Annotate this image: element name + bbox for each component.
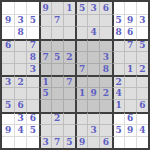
cell-r4c11-given: 7 [124, 39, 136, 51]
cell-r3c4-empty[interactable] [39, 26, 51, 38]
cell-r10c6-empty[interactable] [63, 112, 75, 124]
cell-r4c8-empty[interactable] [87, 39, 99, 51]
cell-r8c8-given: 9 [87, 87, 99, 99]
cell-r11c4-empty[interactable] [39, 124, 51, 136]
cell-r11c12-given: 4 [136, 124, 148, 136]
cell-r8c10-given: 4 [112, 87, 124, 99]
cell-r8c3-empty[interactable] [26, 87, 38, 99]
cell-r2c5-given: 7 [51, 14, 63, 26]
cell-r4c10-empty[interactable] [112, 39, 124, 51]
cell-r7c8-empty[interactable] [87, 75, 99, 87]
cell-r12c8-empty[interactable] [87, 136, 99, 148]
cell-r1c3-empty[interactable] [26, 2, 38, 14]
cell-r10c2-given: 3 [14, 112, 26, 124]
cell-r5c5-given: 5 [51, 51, 63, 63]
cell-r7c2-given: 2 [14, 75, 26, 87]
cell-r7c7-empty[interactable] [75, 75, 87, 87]
cell-r5c7-empty[interactable] [75, 51, 87, 63]
cell-r3c9-empty[interactable] [99, 26, 111, 38]
cell-r11c9-empty[interactable] [99, 124, 111, 136]
cell-r12c10-empty[interactable] [112, 136, 124, 148]
cell-r5c6-given: 2 [63, 51, 75, 63]
cell-r11c1-given: 9 [2, 124, 14, 136]
cell-r12c2-empty[interactable] [14, 136, 26, 148]
cell-r3c12-empty[interactable] [136, 26, 148, 38]
cell-r7c9-empty[interactable] [99, 75, 111, 87]
cell-r5c12-empty[interactable] [136, 51, 148, 63]
cell-r4c12-given: 5 [136, 39, 148, 51]
cell-r2c11-given: 9 [124, 14, 136, 26]
cell-r1c2-empty[interactable] [14, 2, 26, 14]
cell-r5c3-given: 8 [26, 51, 38, 63]
cell-r12c1-empty[interactable] [2, 136, 14, 148]
cell-r1c12-empty[interactable] [136, 2, 148, 14]
cell-r7c6-given: 7 [63, 75, 75, 87]
cell-r4c4-empty[interactable] [39, 39, 51, 51]
cell-r4c6-empty[interactable] [63, 39, 75, 51]
cell-r12c11-empty[interactable] [124, 136, 136, 148]
cell-r10c10-empty[interactable] [112, 112, 124, 124]
cell-r2c6-empty[interactable] [63, 14, 75, 26]
cell-r9c2-given: 6 [14, 99, 26, 111]
cell-r11c2-given: 4 [14, 124, 26, 136]
cell-r4c1-given: 6 [2, 39, 14, 51]
cell-r6c1-empty[interactable] [2, 63, 14, 75]
cell-r9c12-given: 6 [136, 99, 148, 111]
cell-r3c8-given: 4 [87, 26, 99, 38]
cell-r2c9-empty[interactable] [99, 14, 111, 26]
cell-r10c11-given: 6 [124, 112, 136, 124]
cell-r5c1-empty[interactable] [2, 51, 14, 63]
sudoku-board: 9153693575938486677587523378123217251924… [0, 0, 150, 150]
cell-r9c6-empty[interactable] [63, 99, 75, 111]
cell-r7c12-empty[interactable] [136, 75, 148, 87]
cell-r2c1-given: 9 [2, 14, 14, 26]
cell-r9c1-given: 5 [2, 99, 14, 111]
cell-r9c4-empty[interactable] [39, 99, 51, 111]
cell-r12c7-given: 9 [75, 136, 87, 148]
cell-r8c1-empty[interactable] [2, 87, 14, 99]
cell-r12c12-empty[interactable] [136, 136, 148, 148]
cell-r12c3-empty[interactable] [26, 136, 38, 148]
cell-r11c10-given: 5 [112, 124, 124, 136]
cell-r2c12-given: 3 [136, 14, 148, 26]
cell-r1c10-empty[interactable] [112, 2, 124, 14]
cell-r4c2-empty[interactable] [14, 39, 26, 51]
cell-r10c1-empty[interactable] [2, 112, 14, 124]
cell-r2c8-empty[interactable] [87, 14, 99, 26]
cell-r6c9-given: 8 [99, 63, 111, 75]
cell-r4c5-empty[interactable] [51, 39, 63, 51]
cell-r6c3-given: 3 [26, 63, 38, 75]
cell-r11c8-given: 3 [87, 124, 99, 136]
cell-r10c3-given: 6 [26, 112, 38, 124]
cell-r9c5-empty[interactable] [51, 99, 63, 111]
cell-r10c8-empty[interactable] [87, 112, 99, 124]
cell-r6c7-given: 7 [75, 63, 87, 75]
cell-r2c10-given: 5 [112, 14, 124, 26]
cell-r1c1-empty[interactable] [2, 2, 14, 14]
cell-r3c6-empty[interactable] [63, 26, 75, 38]
cell-r5c11-empty[interactable] [124, 51, 136, 63]
cell-r10c7-empty[interactable] [75, 112, 87, 124]
cell-r6c5-empty[interactable] [51, 63, 63, 75]
cell-r8c12-empty[interactable] [136, 87, 148, 99]
cell-r9c7-empty[interactable] [75, 99, 87, 111]
cell-r10c5-given: 2 [51, 112, 63, 124]
cell-r5c9-given: 3 [99, 51, 111, 63]
cell-r8c7-given: 1 [75, 87, 87, 99]
cell-r1c9-given: 6 [99, 2, 111, 14]
cell-r11c5-empty[interactable] [51, 124, 63, 136]
cell-r1c4-given: 9 [39, 2, 51, 14]
cell-r7c5-empty[interactable] [51, 75, 63, 87]
cell-r7c4-given: 1 [39, 75, 51, 87]
cell-r4c3-given: 7 [26, 39, 38, 51]
cell-r3c1-empty[interactable] [2, 26, 14, 38]
cell-r11c7-empty[interactable] [75, 124, 87, 136]
cell-r2c4-empty[interactable] [39, 14, 51, 26]
cell-r12c5-given: 7 [51, 136, 63, 148]
cell-r5c8-empty[interactable] [87, 51, 99, 63]
cell-r4c7-empty[interactable] [75, 39, 87, 51]
cell-r8c11-empty[interactable] [124, 87, 136, 99]
cell-r1c7-given: 5 [75, 2, 87, 14]
cell-r7c1-given: 3 [2, 75, 14, 87]
cell-r11c6-empty[interactable] [63, 124, 75, 136]
cell-r1c5-empty[interactable] [51, 2, 63, 14]
cell-r8c6-empty[interactable] [63, 87, 75, 99]
cell-r2c7-empty[interactable] [75, 14, 87, 26]
cell-r10c4-empty[interactable] [39, 112, 51, 124]
cell-r6c4-empty[interactable] [39, 63, 51, 75]
cell-r12c9-given: 6 [99, 136, 111, 148]
cell-r3c5-empty[interactable] [51, 26, 63, 38]
cell-r7c10-given: 2 [112, 75, 124, 87]
cell-r1c11-empty[interactable] [124, 2, 136, 14]
cell-r3c3-empty[interactable] [26, 26, 38, 38]
cell-r8c9-given: 2 [99, 87, 111, 99]
cell-r10c12-empty[interactable] [136, 112, 148, 124]
cell-r6c10-empty[interactable] [112, 63, 124, 75]
cell-r6c11-given: 1 [124, 63, 136, 75]
cell-r6c6-empty[interactable] [63, 63, 75, 75]
cell-r1c6-given: 1 [63, 2, 75, 14]
cell-r12c6-given: 5 [63, 136, 75, 148]
cell-r9c8-empty[interactable] [87, 99, 99, 111]
cell-r11c11-given: 9 [124, 124, 136, 136]
cell-r6c8-empty[interactable] [87, 63, 99, 75]
cell-r5c2-empty[interactable] [14, 51, 26, 63]
cell-r3c2-given: 8 [14, 26, 26, 38]
cell-r3c11-given: 6 [124, 26, 136, 38]
cell-r10c9-empty[interactable] [99, 112, 111, 124]
cell-r2c2-given: 3 [14, 14, 26, 26]
cell-r6c12-given: 2 [136, 63, 148, 75]
cell-r5c10-empty[interactable] [112, 51, 124, 63]
cell-r8c2-empty[interactable] [14, 87, 26, 99]
cell-r9c11-empty[interactable] [124, 99, 136, 111]
cell-r7c11-empty[interactable] [124, 75, 136, 87]
cell-r5c4-given: 7 [39, 51, 51, 63]
cell-r2c3-given: 5 [26, 14, 38, 26]
cell-r9c10-given: 1 [112, 99, 124, 111]
cell-r3c7-empty[interactable] [75, 26, 87, 38]
cell-r12c4-given: 3 [39, 136, 51, 148]
cell-r8c4-given: 5 [39, 87, 51, 99]
cell-r9c9-empty[interactable] [99, 99, 111, 111]
cell-r3c10-given: 8 [112, 26, 124, 38]
cell-r4c9-empty[interactable] [99, 39, 111, 51]
cell-r11c3-given: 5 [26, 124, 38, 136]
cell-r1c8-given: 3 [87, 2, 99, 14]
cell-r7c3-empty[interactable] [26, 75, 38, 87]
cell-r6c2-empty[interactable] [14, 63, 26, 75]
cell-r8c5-empty[interactable] [51, 87, 63, 99]
cell-r9c3-empty[interactable] [26, 99, 38, 111]
